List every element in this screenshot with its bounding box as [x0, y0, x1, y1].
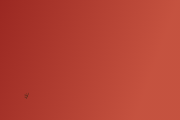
table-bottom	[0, 0, 180, 120]
shogi-photo-scene: 香歩歩桂歩金歩香歩歩飛歩歩角銀歩金歩 歩	[0, 0, 180, 120]
